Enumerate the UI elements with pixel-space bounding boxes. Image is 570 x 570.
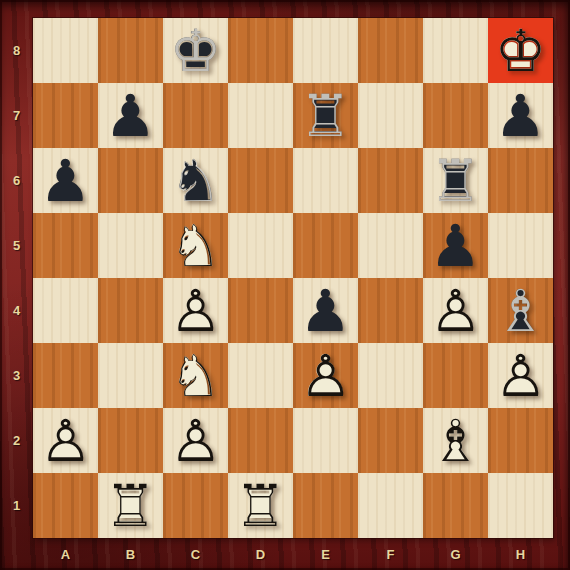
square-e2[interactable] [293,408,358,473]
square-f6[interactable] [358,148,423,213]
pawn-outline: ♙ [423,278,488,343]
square-c4[interactable]: ♟♙ [163,278,228,343]
square-d5[interactable] [228,213,293,278]
square-e1[interactable] [293,473,358,538]
square-h5[interactable] [488,213,553,278]
square-c1[interactable] [163,473,228,538]
square-g1[interactable] [423,473,488,538]
square-e3[interactable]: ♟♙ [293,343,358,408]
square-f7[interactable] [358,83,423,148]
pawn-glyph: ♟ [293,343,358,408]
square-d8[interactable] [228,18,293,83]
square-f8[interactable] [358,18,423,83]
knight-glyph: ♞ [163,343,228,408]
pawn-glyph: ♟ [488,343,553,408]
piece-white-pawn[interactable]: ♟♙ [293,343,358,408]
chess-board: ♚♔♚♔♟♜♖♟♟♞♘♜♖♞♘♟♟♙♟♟♙♝♗♞♘♟♙♟♙♟♙♟♙♝♗♜♖♜♖ [33,18,553,538]
chess-board-frame: 8 7 6 5 4 3 2 1 ♚♔♚♔♟♜♖♟♟♞♘♜♖♞♘♟♟♙♟♟♙♝♗♞… [0,0,570,570]
square-d2[interactable] [228,408,293,473]
rook-outline: ♖ [228,473,293,538]
file-labels: A B C D E F G H [33,538,553,570]
piece-black-rook[interactable]: ♜♖ [293,83,358,148]
piece-black-knight[interactable]: ♞♘ [163,148,228,213]
square-g6[interactable]: ♜♖ [423,148,488,213]
rank-label-1: 1 [0,473,33,538]
square-a6[interactable]: ♟ [33,148,98,213]
bishop-outline: ♗ [488,278,553,343]
square-c5[interactable]: ♞♘ [163,213,228,278]
rook-outline: ♖ [423,148,488,213]
rank-label-6: 6 [0,148,33,213]
square-e5[interactable] [293,213,358,278]
piece-white-pawn[interactable]: ♟♙ [488,343,553,408]
rank-label-8: 8 [0,18,33,83]
pawn-outline: ♙ [163,278,228,343]
square-d4[interactable] [228,278,293,343]
square-d7[interactable] [228,83,293,148]
piece-black-pawn[interactable]: ♟ [488,83,553,148]
piece-white-king[interactable]: ♚♔ [488,18,553,83]
square-h1[interactable] [488,473,553,538]
pawn-glyph: ♟ [98,83,163,148]
bishop-glyph: ♝ [488,278,553,343]
rook-outline: ♖ [98,473,163,538]
square-b5[interactable] [98,213,163,278]
rook-glyph: ♜ [423,148,488,213]
piece-black-pawn[interactable]: ♟ [33,148,98,213]
square-e8[interactable] [293,18,358,83]
piece-black-bishop[interactable]: ♝♗ [488,278,553,343]
knight-glyph: ♞ [163,148,228,213]
pawn-glyph: ♟ [293,278,358,343]
square-f5[interactable] [358,213,423,278]
pawn-glyph: ♟ [423,278,488,343]
square-d6[interactable] [228,148,293,213]
piece-white-rook[interactable]: ♜♖ [228,473,293,538]
square-b8[interactable] [98,18,163,83]
rank-labels: 8 7 6 5 4 3 2 1 [0,18,33,538]
king-glyph: ♚ [163,18,228,83]
rook-glyph: ♜ [228,473,293,538]
square-h6[interactable] [488,148,553,213]
file-label-c: C [163,538,228,570]
square-b7[interactable]: ♟ [98,83,163,148]
piece-white-bishop[interactable]: ♝♗ [423,408,488,473]
file-label-g: G [423,538,488,570]
file-label-e: E [293,538,358,570]
square-f4[interactable] [358,278,423,343]
knight-outline: ♘ [163,343,228,408]
rank-label-2: 2 [0,408,33,473]
piece-black-pawn[interactable]: ♟ [293,278,358,343]
piece-black-rook[interactable]: ♜♖ [423,148,488,213]
piece-white-knight[interactable]: ♞♘ [163,343,228,408]
rank-label-7: 7 [0,83,33,148]
square-e4[interactable]: ♟ [293,278,358,343]
square-h4[interactable]: ♝♗ [488,278,553,343]
rook-outline: ♖ [293,83,358,148]
square-d3[interactable] [228,343,293,408]
piece-black-pawn[interactable]: ♟ [423,213,488,278]
rook-glyph: ♜ [293,83,358,148]
square-a4[interactable] [33,278,98,343]
square-b1[interactable]: ♜♖ [98,473,163,538]
square-c3[interactable]: ♞♘ [163,343,228,408]
pawn-outline: ♙ [163,408,228,473]
pawn-glyph: ♟ [33,148,98,213]
square-a8[interactable] [33,18,98,83]
bishop-outline: ♗ [423,408,488,473]
square-b4[interactable] [98,278,163,343]
square-g8[interactable] [423,18,488,83]
piece-black-king[interactable]: ♚♔ [163,18,228,83]
square-g4[interactable]: ♟♙ [423,278,488,343]
pawn-glyph: ♟ [163,278,228,343]
bishop-glyph: ♝ [423,408,488,473]
square-h7[interactable]: ♟ [488,83,553,148]
file-label-h: H [488,538,553,570]
piece-white-pawn[interactable]: ♟♙ [163,278,228,343]
square-b3[interactable] [98,343,163,408]
pawn-outline: ♙ [293,343,358,408]
square-c8[interactable]: ♚♔ [163,18,228,83]
rank-label-5: 5 [0,213,33,278]
king-outline: ♔ [163,18,228,83]
square-f2[interactable] [358,408,423,473]
square-h8[interactable]: ♚♔ [488,18,553,83]
square-h2[interactable] [488,408,553,473]
piece-white-pawn[interactable]: ♟♙ [163,408,228,473]
file-label-a: A [33,538,98,570]
pawn-glyph: ♟ [488,83,553,148]
pawn-outline: ♙ [488,343,553,408]
square-g3[interactable] [423,343,488,408]
file-label-f: F [358,538,423,570]
knight-outline: ♘ [163,213,228,278]
square-a5[interactable] [33,213,98,278]
knight-outline: ♘ [163,148,228,213]
square-c2[interactable]: ♟♙ [163,408,228,473]
square-b6[interactable] [98,148,163,213]
king-outline: ♔ [488,18,553,83]
rank-label-3: 3 [0,343,33,408]
square-a2[interactable]: ♟♙ [33,408,98,473]
rank-label-4: 4 [0,278,33,343]
rook-glyph: ♜ [98,473,163,538]
square-e6[interactable] [293,148,358,213]
square-f1[interactable] [358,473,423,538]
piece-white-pawn[interactable]: ♟♙ [423,278,488,343]
square-a1[interactable] [33,473,98,538]
square-f3[interactable] [358,343,423,408]
square-h3[interactable]: ♟♙ [488,343,553,408]
king-glyph: ♚ [488,18,553,83]
pawn-outline: ♙ [33,408,98,473]
square-e7[interactable]: ♜♖ [293,83,358,148]
square-g2[interactable]: ♝♗ [423,408,488,473]
square-d1[interactable]: ♜♖ [228,473,293,538]
square-c7[interactable] [163,83,228,148]
square-a3[interactable] [33,343,98,408]
piece-black-pawn[interactable]: ♟ [98,83,163,148]
pawn-glyph: ♟ [423,213,488,278]
file-label-b: B [98,538,163,570]
piece-white-pawn[interactable]: ♟♙ [33,408,98,473]
square-g5[interactable]: ♟ [423,213,488,278]
square-g7[interactable] [423,83,488,148]
pawn-glyph: ♟ [163,408,228,473]
piece-white-rook[interactable]: ♜♖ [98,473,163,538]
knight-glyph: ♞ [163,213,228,278]
square-c6[interactable]: ♞♘ [163,148,228,213]
square-b2[interactable] [98,408,163,473]
square-a7[interactable] [33,83,98,148]
pawn-glyph: ♟ [33,408,98,473]
piece-white-knight[interactable]: ♞♘ [163,213,228,278]
file-label-d: D [228,538,293,570]
